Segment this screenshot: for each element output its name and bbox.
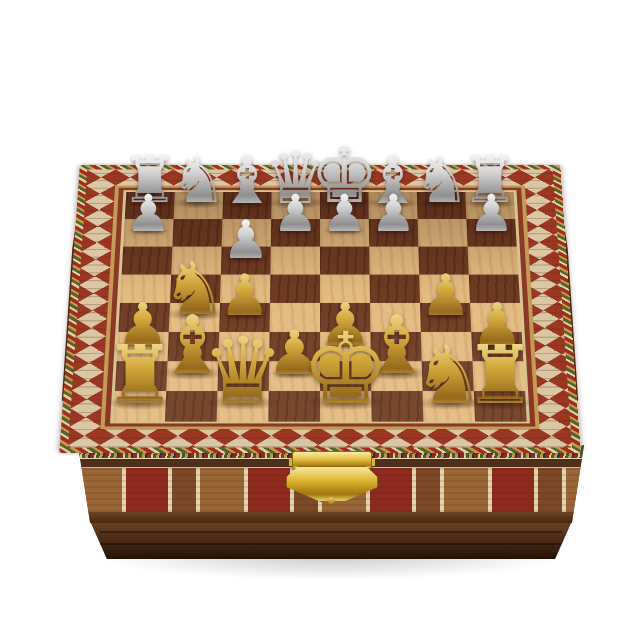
square-f5[interactable] — [370, 275, 420, 303]
square-b5[interactable] — [170, 275, 221, 303]
box-base — [90, 521, 572, 559]
square-g5[interactable] — [419, 275, 470, 303]
square-g3[interactable] — [421, 332, 473, 361]
box-base-groove — [100, 543, 563, 545]
square-b2[interactable] — [166, 361, 218, 391]
square-e4[interactable] — [320, 303, 370, 332]
square-a1[interactable] — [113, 391, 166, 421]
square-e2[interactable] — [320, 361, 371, 391]
square-h8[interactable] — [465, 192, 515, 219]
square-a2[interactable] — [115, 361, 168, 391]
square-e6[interactable] — [320, 247, 370, 275]
square-b6[interactable] — [171, 247, 221, 275]
square-c4[interactable] — [219, 303, 270, 332]
clasp-lower-plate — [286, 466, 378, 502]
square-g7[interactable] — [418, 219, 468, 247]
square-g6[interactable] — [418, 247, 468, 275]
square-c5[interactable] — [220, 275, 270, 303]
square-d2[interactable] — [269, 361, 320, 391]
square-c3[interactable] — [218, 332, 269, 361]
square-c7[interactable] — [222, 219, 272, 247]
square-h4[interactable] — [470, 303, 522, 332]
square-f2[interactable] — [371, 361, 423, 391]
square-f1[interactable] — [371, 391, 423, 421]
square-c6[interactable] — [221, 247, 271, 275]
square-h5[interactable] — [469, 275, 520, 303]
square-f7[interactable] — [369, 219, 419, 247]
chess-board — [59, 165, 580, 452]
board-squares — [113, 192, 527, 422]
square-e1[interactable] — [320, 391, 372, 421]
square-c8[interactable] — [222, 192, 271, 219]
square-c1[interactable] — [217, 391, 269, 421]
square-d6[interactable] — [270, 247, 320, 275]
square-d5[interactable] — [270, 275, 320, 303]
square-b4[interactable] — [169, 303, 220, 332]
square-a4[interactable] — [118, 303, 170, 332]
square-f3[interactable] — [370, 332, 421, 361]
chess-set-photo: ♜♞♝♛♚♝♞♜♟♟♟♟♟♟♞♟♟♟♟♟♝♟♝♜♛♚♞♜ — [0, 0, 640, 640]
square-b3[interactable] — [168, 332, 220, 361]
square-e7[interactable] — [320, 219, 369, 247]
square-a3[interactable] — [117, 332, 169, 361]
square-g2[interactable] — [422, 361, 474, 391]
square-a6[interactable] — [122, 247, 173, 275]
square-b1[interactable] — [165, 391, 218, 421]
square-d7[interactable] — [271, 219, 320, 247]
square-h2[interactable] — [472, 361, 525, 391]
square-h3[interactable] — [471, 332, 523, 361]
box-foot-strip — [78, 512, 584, 523]
square-h7[interactable] — [466, 219, 516, 247]
square-a5[interactable] — [120, 275, 171, 303]
square-a8[interactable] — [125, 192, 175, 219]
square-g1[interactable] — [423, 391, 476, 421]
square-a7[interactable] — [123, 219, 173, 247]
square-d4[interactable] — [270, 303, 320, 332]
square-g4[interactable] — [420, 303, 471, 332]
square-d1[interactable] — [268, 391, 320, 421]
square-e3[interactable] — [320, 332, 371, 361]
square-f6[interactable] — [369, 247, 419, 275]
square-c2[interactable] — [217, 361, 269, 391]
square-h1[interactable] — [474, 391, 527, 421]
box-base-groove — [100, 531, 563, 533]
square-e5[interactable] — [320, 275, 370, 303]
square-f4[interactable] — [370, 303, 421, 332]
brass-clasp[interactable] — [286, 449, 376, 505]
square-b7[interactable] — [172, 219, 222, 247]
square-g8[interactable] — [417, 192, 467, 219]
square-f8[interactable] — [368, 192, 417, 219]
square-e8[interactable] — [320, 192, 369, 219]
square-h6[interactable] — [468, 247, 519, 275]
square-d8[interactable] — [271, 192, 320, 219]
square-b8[interactable] — [174, 192, 224, 219]
square-d3[interactable] — [269, 332, 320, 361]
